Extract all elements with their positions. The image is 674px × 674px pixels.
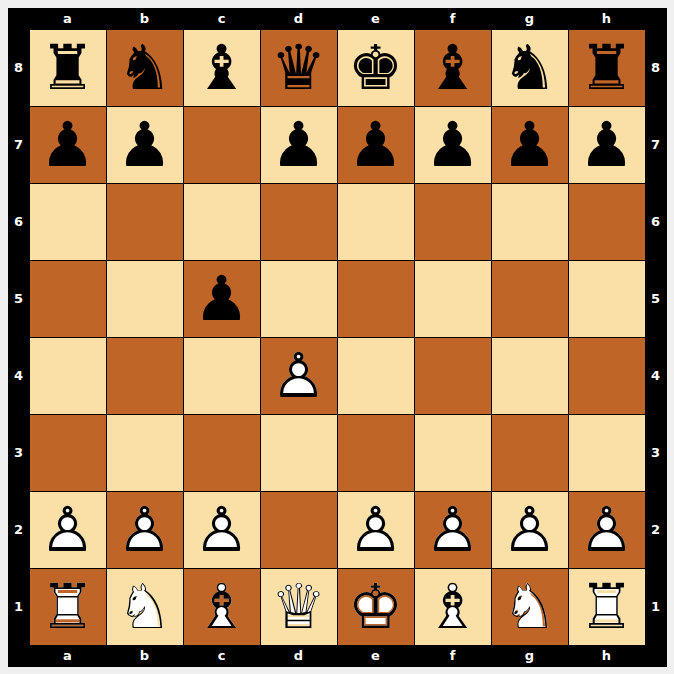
piece-white-pawn: ♟♙ xyxy=(40,499,96,561)
piece-white-rook: ♜♖ xyxy=(40,576,96,638)
piece-white-bishop: ♝♗ xyxy=(194,576,250,638)
square-d2[interactable] xyxy=(261,492,337,568)
square-e2[interactable]: ♟♙ xyxy=(338,492,414,568)
file-label-c: c xyxy=(184,645,260,667)
file-label-d: d xyxy=(261,8,337,30)
square-b2[interactable]: ♟♙ xyxy=(107,492,183,568)
square-g1[interactable]: ♞♘ xyxy=(492,569,568,645)
piece-white-rook: ♜♖ xyxy=(579,576,635,638)
file-label-e: e xyxy=(338,8,414,30)
file-labels-bottom: abcdefgh xyxy=(30,645,645,667)
piece-white-bishop: ♝♗ xyxy=(425,576,481,638)
square-c2[interactable]: ♟♙ xyxy=(184,492,260,568)
piece-black-bishop: ♝ xyxy=(425,37,481,99)
rank-label-1: 1 xyxy=(645,569,667,645)
piece-white-pawn: ♟♙ xyxy=(348,499,404,561)
piece-black-pawn: ♟ xyxy=(271,114,327,176)
square-f5[interactable] xyxy=(415,261,491,337)
square-c7[interactable] xyxy=(184,107,260,183)
square-c1[interactable]: ♝♗ xyxy=(184,569,260,645)
file-label-b: b xyxy=(107,8,183,30)
square-c6[interactable] xyxy=(184,184,260,260)
piece-white-pawn: ♟♙ xyxy=(194,499,250,561)
piece-black-pawn: ♟ xyxy=(425,114,481,176)
square-e6[interactable] xyxy=(338,184,414,260)
square-g6[interactable] xyxy=(492,184,568,260)
square-f8[interactable]: ♝ xyxy=(415,30,491,106)
rank-label-7: 7 xyxy=(8,107,30,183)
rank-label-8: 8 xyxy=(645,30,667,106)
square-e1[interactable]: ♚♔ xyxy=(338,569,414,645)
frame-corner xyxy=(8,645,30,667)
square-b5[interactable] xyxy=(107,261,183,337)
file-label-a: a xyxy=(30,645,106,667)
piece-black-pawn: ♟ xyxy=(40,114,96,176)
piece-black-pawn: ♟ xyxy=(348,114,404,176)
square-h7[interactable]: ♟ xyxy=(569,107,645,183)
file-label-h: h xyxy=(569,645,645,667)
square-h1[interactable]: ♜♖ xyxy=(569,569,645,645)
rank-labels-right: 87654321 xyxy=(645,30,667,645)
piece-white-pawn: ♟♙ xyxy=(117,499,173,561)
square-e4[interactable] xyxy=(338,338,414,414)
square-d6[interactable] xyxy=(261,184,337,260)
square-h3[interactable] xyxy=(569,415,645,491)
piece-white-pawn: ♟♙ xyxy=(502,499,558,561)
rank-label-5: 5 xyxy=(8,261,30,337)
rank-label-6: 6 xyxy=(8,184,30,260)
square-h2[interactable]: ♟♙ xyxy=(569,492,645,568)
chessboard-frame: abcdefgh 87654321 ♜♞♝♛♚♝♞♜♟♟♟♟♟♟♟♟♟♙♟♙♟♙… xyxy=(8,8,667,667)
piece-white-pawn: ♟♙ xyxy=(425,499,481,561)
file-label-d: d xyxy=(261,645,337,667)
file-label-a: a xyxy=(30,8,106,30)
piece-black-bishop: ♝ xyxy=(194,37,250,99)
square-g5[interactable] xyxy=(492,261,568,337)
square-a3[interactable] xyxy=(30,415,106,491)
square-b4[interactable] xyxy=(107,338,183,414)
square-c4[interactable] xyxy=(184,338,260,414)
piece-black-queen: ♛ xyxy=(271,37,327,99)
rank-labels-left: 87654321 xyxy=(8,30,30,645)
piece-white-knight: ♞♘ xyxy=(117,576,173,638)
square-d1[interactable]: ♛♕ xyxy=(261,569,337,645)
file-label-g: g xyxy=(492,8,568,30)
square-h4[interactable] xyxy=(569,338,645,414)
rank-label-3: 3 xyxy=(645,415,667,491)
rank-label-4: 4 xyxy=(8,338,30,414)
piece-black-king: ♚ xyxy=(348,37,404,99)
piece-black-pawn: ♟ xyxy=(579,114,635,176)
square-a4[interactable] xyxy=(30,338,106,414)
square-g2[interactable]: ♟♙ xyxy=(492,492,568,568)
square-f1[interactable]: ♝♗ xyxy=(415,569,491,645)
square-b6[interactable] xyxy=(107,184,183,260)
square-g4[interactable] xyxy=(492,338,568,414)
square-a1[interactable]: ♜♖ xyxy=(30,569,106,645)
square-g7[interactable]: ♟ xyxy=(492,107,568,183)
file-label-g: g xyxy=(492,645,568,667)
square-a8[interactable]: ♜ xyxy=(30,30,106,106)
piece-white-pawn: ♟♙ xyxy=(579,499,635,561)
piece-black-rook: ♜ xyxy=(40,37,96,99)
square-g3[interactable] xyxy=(492,415,568,491)
piece-black-pawn: ♟ xyxy=(502,114,558,176)
piece-black-pawn: ♟ xyxy=(117,114,173,176)
rank-label-3: 3 xyxy=(8,415,30,491)
piece-black-pawn: ♟ xyxy=(194,268,250,330)
square-a6[interactable] xyxy=(30,184,106,260)
square-c3[interactable] xyxy=(184,415,260,491)
square-d3[interactable] xyxy=(261,415,337,491)
rank-label-2: 2 xyxy=(8,492,30,568)
square-a5[interactable] xyxy=(30,261,106,337)
piece-white-knight: ♞♘ xyxy=(502,576,558,638)
square-h6[interactable] xyxy=(569,184,645,260)
square-f3[interactable] xyxy=(415,415,491,491)
rank-label-5: 5 xyxy=(645,261,667,337)
square-h8[interactable]: ♜ xyxy=(569,30,645,106)
square-d4[interactable]: ♟♙ xyxy=(261,338,337,414)
square-b7[interactable]: ♟ xyxy=(107,107,183,183)
file-label-f: f xyxy=(415,8,491,30)
square-b1[interactable]: ♞♘ xyxy=(107,569,183,645)
square-a2[interactable]: ♟♙ xyxy=(30,492,106,568)
file-label-f: f xyxy=(415,645,491,667)
file-label-c: c xyxy=(184,8,260,30)
file-label-b: b xyxy=(107,645,183,667)
square-d8[interactable]: ♛ xyxy=(261,30,337,106)
square-a7[interactable]: ♟ xyxy=(30,107,106,183)
piece-white-queen: ♛♕ xyxy=(271,576,327,638)
file-label-e: e xyxy=(338,645,414,667)
square-e8[interactable]: ♚ xyxy=(338,30,414,106)
square-c5[interactable]: ♟ xyxy=(184,261,260,337)
square-e7[interactable]: ♟ xyxy=(338,107,414,183)
file-label-h: h xyxy=(569,8,645,30)
square-d5[interactable] xyxy=(261,261,337,337)
frame-corner xyxy=(645,645,667,667)
rank-label-7: 7 xyxy=(645,107,667,183)
rank-label-8: 8 xyxy=(8,30,30,106)
piece-black-rook: ♜ xyxy=(579,37,635,99)
square-f7[interactable]: ♟ xyxy=(415,107,491,183)
square-d7[interactable]: ♟ xyxy=(261,107,337,183)
frame-corner xyxy=(645,8,667,30)
frame-corner xyxy=(8,8,30,30)
square-e3[interactable] xyxy=(338,415,414,491)
square-b8[interactable]: ♞ xyxy=(107,30,183,106)
file-labels-top: abcdefgh xyxy=(30,8,645,30)
rank-label-4: 4 xyxy=(645,338,667,414)
square-f4[interactable] xyxy=(415,338,491,414)
board: ♜♞♝♛♚♝♞♜♟♟♟♟♟♟♟♟♟♙♟♙♟♙♟♙♟♙♟♙♟♙♟♙♜♖♞♘♝♗♛♕… xyxy=(30,30,645,645)
square-f6[interactable] xyxy=(415,184,491,260)
square-h5[interactable] xyxy=(569,261,645,337)
piece-white-pawn: ♟♙ xyxy=(271,345,327,407)
rank-label-1: 1 xyxy=(8,569,30,645)
piece-black-knight: ♞ xyxy=(502,37,558,99)
piece-black-knight: ♞ xyxy=(117,37,173,99)
square-c8[interactable]: ♝ xyxy=(184,30,260,106)
square-b3[interactable] xyxy=(107,415,183,491)
rank-label-2: 2 xyxy=(645,492,667,568)
square-f2[interactable]: ♟♙ xyxy=(415,492,491,568)
square-g8[interactable]: ♞ xyxy=(492,30,568,106)
square-e5[interactable] xyxy=(338,261,414,337)
page: abcdefgh 87654321 ♜♞♝♛♚♝♞♜♟♟♟♟♟♟♟♟♟♙♟♙♟♙… xyxy=(0,0,674,674)
rank-label-6: 6 xyxy=(645,184,667,260)
piece-white-king: ♚♔ xyxy=(348,576,404,638)
